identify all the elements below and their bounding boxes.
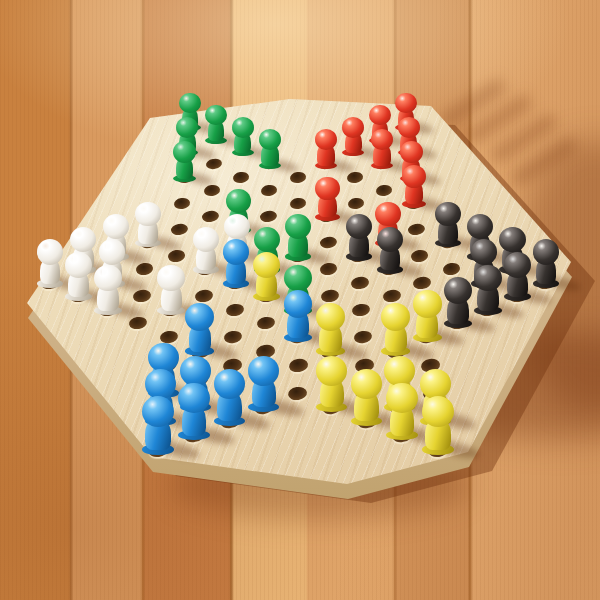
- peg-head: [533, 239, 560, 265]
- peg-head: [402, 165, 426, 188]
- peg-head: [435, 202, 460, 226]
- peg-r-c11-1[interactable]: [366, 129, 398, 171]
- peg-head: [284, 290, 313, 318]
- peg-head: [254, 227, 280, 252]
- peg-b-c4-12[interactable]: [135, 396, 181, 456]
- peg-head: [214, 369, 246, 399]
- peg-head: [381, 303, 410, 331]
- peg-head: [178, 383, 210, 414]
- peg-head: [226, 189, 251, 213]
- peg-head: [315, 177, 339, 201]
- peg-head: [316, 303, 345, 331]
- peg-head: [232, 117, 254, 138]
- peg-head: [342, 117, 364, 138]
- peg-head: [400, 141, 423, 163]
- peg-y-c12-12[interactable]: [415, 396, 461, 456]
- peg-head: [205, 105, 227, 126]
- peg-y-c9-7[interactable]: [310, 303, 351, 357]
- peg-k-c13-0[interactable]: [430, 202, 466, 249]
- peg-g-c4-2[interactable]: [169, 141, 201, 184]
- peg-head: [504, 252, 531, 278]
- peg-head: [398, 117, 420, 138]
- peg-head: [413, 290, 442, 318]
- peg-head: [103, 214, 129, 239]
- peg-head: [185, 303, 214, 331]
- peg-head: [179, 93, 200, 113]
- peg-head: [248, 356, 279, 386]
- peg-head: [346, 214, 372, 239]
- peg-head: [94, 265, 122, 292]
- peg-head: [371, 129, 394, 151]
- peg-head: [142, 396, 174, 427]
- peg-head: [375, 202, 400, 226]
- peg-head: [386, 383, 418, 414]
- peg-head: [315, 129, 338, 151]
- peg-k-c11-5[interactable]: [372, 227, 409, 276]
- peg-head: [284, 265, 312, 292]
- peg-w-c2-2[interactable]: [89, 265, 128, 316]
- peg-head: [193, 227, 219, 252]
- peg-head: [422, 396, 454, 427]
- peg-head: [176, 117, 198, 138]
- peg-y-c11-8[interactable]: [376, 303, 417, 357]
- peg-head: [223, 239, 250, 265]
- peg-head: [99, 239, 126, 265]
- peg-r-c10-0[interactable]: [338, 117, 369, 158]
- peg-head: [499, 227, 525, 252]
- peg-head: [224, 214, 250, 239]
- scene: [0, 0, 600, 600]
- peg-head: [259, 129, 282, 151]
- peg-head: [395, 93, 416, 113]
- peg-head: [316, 356, 347, 386]
- peg-head: [474, 265, 502, 292]
- peg-head: [173, 141, 196, 163]
- peg-head: [157, 265, 185, 292]
- peg-head: [369, 105, 391, 126]
- peg-head: [351, 369, 383, 399]
- peg-g-c7-0[interactable]: [254, 129, 286, 171]
- peg-head: [285, 214, 311, 239]
- peg-r-c9-0[interactable]: [310, 129, 342, 171]
- peg-head: [384, 356, 415, 386]
- peg-head: [444, 277, 472, 304]
- peg-w-c3-0[interactable]: [130, 202, 166, 249]
- peg-head: [135, 202, 160, 226]
- peg-b-c5-8[interactable]: [180, 303, 221, 357]
- peg-head: [377, 227, 403, 252]
- peg-head: [253, 252, 280, 278]
- peg-head: [471, 239, 498, 265]
- peg-head: [467, 214, 493, 239]
